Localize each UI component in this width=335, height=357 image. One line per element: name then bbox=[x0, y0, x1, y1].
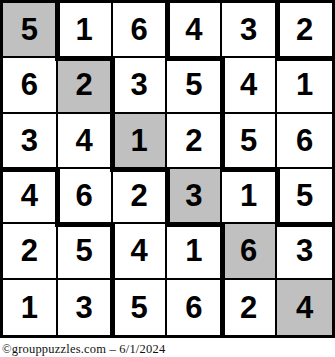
cell-r2c5: 4 bbox=[222, 58, 277, 113]
region-border-segment bbox=[220, 56, 225, 172]
cell-r6c1: 1 bbox=[3, 280, 58, 335]
region-border-segment bbox=[55, 222, 115, 227]
cell-r4c1: 4 bbox=[3, 169, 58, 224]
cell-r6c4: 6 bbox=[167, 280, 222, 335]
region-border-segment bbox=[275, 222, 332, 227]
cell-r5c1: 2 bbox=[3, 224, 58, 279]
cell-r3c5: 5 bbox=[222, 114, 277, 169]
region-border-segment bbox=[165, 56, 225, 61]
cell-r5c3: 4 bbox=[113, 224, 168, 279]
cell-r2c2: 2 bbox=[58, 58, 113, 113]
cell-r6c3: 5 bbox=[113, 280, 168, 335]
region-border-segment bbox=[275, 56, 332, 61]
region-border-segment bbox=[275, 167, 280, 227]
cell-r3c4: 2 bbox=[167, 114, 222, 169]
region-border-segment bbox=[55, 167, 60, 227]
puzzle-page: 516432623541341256462315254163135624 ©gr… bbox=[0, 0, 335, 357]
cell-r5c2: 5 bbox=[58, 224, 113, 279]
region-border-segment bbox=[110, 222, 115, 335]
cell-r2c3: 3 bbox=[113, 58, 168, 113]
cell-r1c2: 1 bbox=[58, 3, 113, 58]
region-border-segment bbox=[55, 56, 115, 61]
cell-r5c4: 1 bbox=[167, 224, 222, 279]
region-border-segment bbox=[220, 167, 280, 172]
region-border-segment bbox=[55, 3, 60, 61]
sudoku-board: 516432623541341256462315254163135624 bbox=[0, 0, 335, 338]
cell-r1c4: 4 bbox=[167, 3, 222, 58]
region-border-segment bbox=[165, 3, 170, 61]
copyright-text: ©grouppuzzles.com – 6/1/2024 bbox=[2, 342, 335, 357]
region-border-segment bbox=[220, 222, 225, 335]
cell-r6c6: 4 bbox=[277, 280, 332, 335]
cell-r4c2: 6 bbox=[58, 169, 113, 224]
cell-r2c4: 5 bbox=[167, 58, 222, 113]
cell-r5c6: 3 bbox=[277, 224, 332, 279]
region-border-segment bbox=[3, 167, 60, 172]
cell-r1c5: 3 bbox=[222, 3, 277, 58]
cell-r1c6: 2 bbox=[277, 3, 332, 58]
cell-r4c3: 2 bbox=[113, 169, 168, 224]
cell-r3c1: 3 bbox=[3, 114, 58, 169]
region-border-segment bbox=[275, 3, 280, 61]
region-border-segment bbox=[165, 167, 170, 227]
cell-r1c3: 6 bbox=[113, 3, 168, 58]
region-border-segment bbox=[110, 56, 115, 172]
cell-r1c1: 5 bbox=[3, 3, 58, 58]
cell-r3c3: 1 bbox=[113, 114, 168, 169]
cell-r2c6: 1 bbox=[277, 58, 332, 113]
region-border-segment bbox=[110, 167, 170, 172]
cell-r3c6: 6 bbox=[277, 114, 332, 169]
cell-r2c1: 6 bbox=[3, 58, 58, 113]
cell-r4c6: 5 bbox=[277, 169, 332, 224]
cell-r4c4: 3 bbox=[167, 169, 222, 224]
cell-r3c2: 4 bbox=[58, 114, 113, 169]
region-border-segment bbox=[165, 222, 225, 227]
cell-r6c5: 2 bbox=[222, 280, 277, 335]
cell-r6c2: 3 bbox=[58, 280, 113, 335]
cell-r4c5: 1 bbox=[222, 169, 277, 224]
cell-r5c5: 6 bbox=[222, 224, 277, 279]
